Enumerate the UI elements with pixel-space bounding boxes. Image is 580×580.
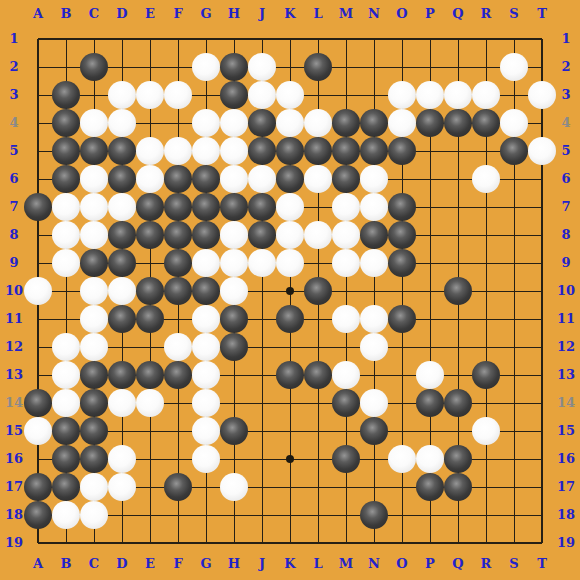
intersection-F7[interactable] — [164, 193, 192, 221]
intersection-T11[interactable] — [528, 305, 556, 333]
intersection-A12[interactable] — [24, 333, 52, 361]
intersection-T19[interactable] — [528, 529, 556, 557]
intersection-M2[interactable] — [332, 53, 360, 81]
intersection-H7[interactable] — [220, 193, 248, 221]
intersection-J17[interactable] — [248, 473, 276, 501]
intersection-C12[interactable] — [80, 333, 108, 361]
intersection-P12[interactable] — [416, 333, 444, 361]
intersection-Q5[interactable] — [444, 137, 472, 165]
intersection-O10[interactable] — [388, 277, 416, 305]
intersection-H13[interactable] — [220, 361, 248, 389]
intersection-K19[interactable] — [276, 529, 304, 557]
intersection-T10[interactable] — [528, 277, 556, 305]
intersection-B18[interactable] — [52, 501, 80, 529]
intersection-A5[interactable] — [24, 137, 52, 165]
intersection-H3[interactable] — [220, 81, 248, 109]
intersection-P5[interactable] — [416, 137, 444, 165]
intersection-Q7[interactable] — [444, 193, 472, 221]
intersection-F8[interactable] — [164, 221, 192, 249]
intersection-C13[interactable] — [80, 361, 108, 389]
intersection-C16[interactable] — [80, 445, 108, 473]
intersection-S8[interactable] — [500, 221, 528, 249]
intersection-E10[interactable] — [136, 277, 164, 305]
intersection-R16[interactable] — [472, 445, 500, 473]
intersection-D5[interactable] — [108, 137, 136, 165]
intersection-J4[interactable] — [248, 109, 276, 137]
intersection-B5[interactable] — [52, 137, 80, 165]
intersection-D13[interactable] — [108, 361, 136, 389]
intersection-N7[interactable] — [360, 193, 388, 221]
intersection-H1[interactable] — [220, 25, 248, 53]
intersection-N9[interactable] — [360, 249, 388, 277]
intersection-E13[interactable] — [136, 361, 164, 389]
intersection-H14[interactable] — [220, 389, 248, 417]
intersection-F18[interactable] — [164, 501, 192, 529]
intersection-Q10[interactable] — [444, 277, 472, 305]
intersection-C9[interactable] — [80, 249, 108, 277]
intersection-D10[interactable] — [108, 277, 136, 305]
intersection-K10[interactable] — [276, 277, 304, 305]
intersection-F17[interactable] — [164, 473, 192, 501]
intersection-D1[interactable] — [108, 25, 136, 53]
intersection-T14[interactable] — [528, 389, 556, 417]
intersection-E4[interactable] — [136, 109, 164, 137]
intersection-K18[interactable] — [276, 501, 304, 529]
intersection-S5[interactable] — [500, 137, 528, 165]
intersection-A9[interactable] — [24, 249, 52, 277]
intersection-G1[interactable] — [192, 25, 220, 53]
intersection-A7[interactable] — [24, 193, 52, 221]
intersection-L8[interactable] — [304, 221, 332, 249]
intersection-L9[interactable] — [304, 249, 332, 277]
intersection-M7[interactable] — [332, 193, 360, 221]
intersection-N18[interactable] — [360, 501, 388, 529]
intersection-L10[interactable] — [304, 277, 332, 305]
intersection-F3[interactable] — [164, 81, 192, 109]
intersection-D12[interactable] — [108, 333, 136, 361]
intersection-O5[interactable] — [388, 137, 416, 165]
intersection-R10[interactable] — [472, 277, 500, 305]
intersection-P19[interactable] — [416, 529, 444, 557]
intersection-B16[interactable] — [52, 445, 80, 473]
intersection-S11[interactable] — [500, 305, 528, 333]
intersection-B9[interactable] — [52, 249, 80, 277]
intersection-T9[interactable] — [528, 249, 556, 277]
intersection-H5[interactable] — [220, 137, 248, 165]
intersection-F13[interactable] — [164, 361, 192, 389]
intersection-J3[interactable] — [248, 81, 276, 109]
intersection-J18[interactable] — [248, 501, 276, 529]
intersection-N12[interactable] — [360, 333, 388, 361]
intersection-B1[interactable] — [52, 25, 80, 53]
intersection-P2[interactable] — [416, 53, 444, 81]
intersection-N3[interactable] — [360, 81, 388, 109]
intersection-M5[interactable] — [332, 137, 360, 165]
intersection-N19[interactable] — [360, 529, 388, 557]
intersection-M16[interactable] — [332, 445, 360, 473]
intersection-P7[interactable] — [416, 193, 444, 221]
intersection-O14[interactable] — [388, 389, 416, 417]
intersection-A1[interactable] — [24, 25, 52, 53]
intersection-N5[interactable] — [360, 137, 388, 165]
intersection-K1[interactable] — [276, 25, 304, 53]
intersection-M6[interactable] — [332, 165, 360, 193]
intersection-S17[interactable] — [500, 473, 528, 501]
intersection-R18[interactable] — [472, 501, 500, 529]
intersection-F6[interactable] — [164, 165, 192, 193]
intersection-J10[interactable] — [248, 277, 276, 305]
intersection-F4[interactable] — [164, 109, 192, 137]
intersection-M17[interactable] — [332, 473, 360, 501]
intersection-S19[interactable] — [500, 529, 528, 557]
intersection-T1[interactable] — [528, 25, 556, 53]
intersection-J8[interactable] — [248, 221, 276, 249]
intersection-S6[interactable] — [500, 165, 528, 193]
intersection-N13[interactable] — [360, 361, 388, 389]
intersection-G3[interactable] — [192, 81, 220, 109]
intersection-N11[interactable] — [360, 305, 388, 333]
intersection-A17[interactable] — [24, 473, 52, 501]
intersection-K16[interactable] — [276, 445, 304, 473]
intersection-M10[interactable] — [332, 277, 360, 305]
intersection-G8[interactable] — [192, 221, 220, 249]
intersection-T4[interactable] — [528, 109, 556, 137]
intersection-K13[interactable] — [276, 361, 304, 389]
intersection-C1[interactable] — [80, 25, 108, 53]
intersection-B10[interactable] — [52, 277, 80, 305]
intersection-O4[interactable] — [388, 109, 416, 137]
intersection-H15[interactable] — [220, 417, 248, 445]
intersection-E9[interactable] — [136, 249, 164, 277]
intersection-J9[interactable] — [248, 249, 276, 277]
intersection-L19[interactable] — [304, 529, 332, 557]
intersection-P6[interactable] — [416, 165, 444, 193]
intersection-G19[interactable] — [192, 529, 220, 557]
intersection-N16[interactable] — [360, 445, 388, 473]
intersection-A18[interactable] — [24, 501, 52, 529]
intersection-P3[interactable] — [416, 81, 444, 109]
intersection-R7[interactable] — [472, 193, 500, 221]
intersection-F16[interactable] — [164, 445, 192, 473]
intersection-K4[interactable] — [276, 109, 304, 137]
intersection-C18[interactable] — [80, 501, 108, 529]
intersection-C14[interactable] — [80, 389, 108, 417]
intersection-K15[interactable] — [276, 417, 304, 445]
intersection-Q3[interactable] — [444, 81, 472, 109]
intersection-G13[interactable] — [192, 361, 220, 389]
intersection-C17[interactable] — [80, 473, 108, 501]
intersection-D14[interactable] — [108, 389, 136, 417]
intersection-E18[interactable] — [136, 501, 164, 529]
intersection-C5[interactable] — [80, 137, 108, 165]
intersection-B19[interactable] — [52, 529, 80, 557]
intersection-D2[interactable] — [108, 53, 136, 81]
intersection-Q2[interactable] — [444, 53, 472, 81]
intersection-S16[interactable] — [500, 445, 528, 473]
intersection-K14[interactable] — [276, 389, 304, 417]
intersection-L15[interactable] — [304, 417, 332, 445]
intersection-T5[interactable] — [528, 137, 556, 165]
intersection-H11[interactable] — [220, 305, 248, 333]
intersection-C7[interactable] — [80, 193, 108, 221]
intersection-A6[interactable] — [24, 165, 52, 193]
intersection-P4[interactable] — [416, 109, 444, 137]
intersection-A10[interactable] — [24, 277, 52, 305]
intersection-C19[interactable] — [80, 529, 108, 557]
intersection-H19[interactable] — [220, 529, 248, 557]
intersection-N15[interactable] — [360, 417, 388, 445]
intersection-L4[interactable] — [304, 109, 332, 137]
intersection-C10[interactable] — [80, 277, 108, 305]
intersection-K11[interactable] — [276, 305, 304, 333]
intersection-E19[interactable] — [136, 529, 164, 557]
intersection-T12[interactable] — [528, 333, 556, 361]
intersection-L3[interactable] — [304, 81, 332, 109]
intersection-S4[interactable] — [500, 109, 528, 137]
intersection-H16[interactable] — [220, 445, 248, 473]
intersection-S12[interactable] — [500, 333, 528, 361]
intersection-S13[interactable] — [500, 361, 528, 389]
intersection-H2[interactable] — [220, 53, 248, 81]
intersection-Q19[interactable] — [444, 529, 472, 557]
intersection-R6[interactable] — [472, 165, 500, 193]
intersection-O1[interactable] — [388, 25, 416, 53]
intersection-B8[interactable] — [52, 221, 80, 249]
intersection-N6[interactable] — [360, 165, 388, 193]
intersection-C11[interactable] — [80, 305, 108, 333]
intersection-O11[interactable] — [388, 305, 416, 333]
intersection-G18[interactable] — [192, 501, 220, 529]
intersection-M8[interactable] — [332, 221, 360, 249]
intersection-F9[interactable] — [164, 249, 192, 277]
intersection-M3[interactable] — [332, 81, 360, 109]
intersection-E1[interactable] — [136, 25, 164, 53]
intersection-N10[interactable] — [360, 277, 388, 305]
intersection-A15[interactable] — [24, 417, 52, 445]
intersection-P14[interactable] — [416, 389, 444, 417]
intersection-H17[interactable] — [220, 473, 248, 501]
intersection-O12[interactable] — [388, 333, 416, 361]
intersection-T8[interactable] — [528, 221, 556, 249]
intersection-J13[interactable] — [248, 361, 276, 389]
intersection-S10[interactable] — [500, 277, 528, 305]
intersection-R2[interactable] — [472, 53, 500, 81]
intersection-E5[interactable] — [136, 137, 164, 165]
intersection-E17[interactable] — [136, 473, 164, 501]
intersection-E8[interactable] — [136, 221, 164, 249]
intersection-E15[interactable] — [136, 417, 164, 445]
intersection-R3[interactable] — [472, 81, 500, 109]
intersection-T18[interactable] — [528, 501, 556, 529]
intersection-O2[interactable] — [388, 53, 416, 81]
intersection-P13[interactable] — [416, 361, 444, 389]
intersection-Q12[interactable] — [444, 333, 472, 361]
intersection-B11[interactable] — [52, 305, 80, 333]
intersection-K7[interactable] — [276, 193, 304, 221]
intersection-O3[interactable] — [388, 81, 416, 109]
intersection-T7[interactable] — [528, 193, 556, 221]
intersection-R15[interactable] — [472, 417, 500, 445]
intersection-J16[interactable] — [248, 445, 276, 473]
intersection-M18[interactable] — [332, 501, 360, 529]
intersection-M19[interactable] — [332, 529, 360, 557]
intersection-P9[interactable] — [416, 249, 444, 277]
intersection-E2[interactable] — [136, 53, 164, 81]
intersection-E7[interactable] — [136, 193, 164, 221]
intersection-G6[interactable] — [192, 165, 220, 193]
intersection-A11[interactable] — [24, 305, 52, 333]
intersection-P11[interactable] — [416, 305, 444, 333]
intersection-K3[interactable] — [276, 81, 304, 109]
intersection-Q1[interactable] — [444, 25, 472, 53]
intersection-O18[interactable] — [388, 501, 416, 529]
intersection-Q18[interactable] — [444, 501, 472, 529]
intersection-K9[interactable] — [276, 249, 304, 277]
intersection-E3[interactable] — [136, 81, 164, 109]
intersection-H6[interactable] — [220, 165, 248, 193]
intersection-G11[interactable] — [192, 305, 220, 333]
intersection-C2[interactable] — [80, 53, 108, 81]
intersection-R19[interactable] — [472, 529, 500, 557]
intersection-L7[interactable] — [304, 193, 332, 221]
intersection-B13[interactable] — [52, 361, 80, 389]
intersection-C6[interactable] — [80, 165, 108, 193]
intersection-L18[interactable] — [304, 501, 332, 529]
intersection-F14[interactable] — [164, 389, 192, 417]
intersection-R1[interactable] — [472, 25, 500, 53]
intersection-J6[interactable] — [248, 165, 276, 193]
intersection-G10[interactable] — [192, 277, 220, 305]
intersection-P1[interactable] — [416, 25, 444, 53]
intersection-S7[interactable] — [500, 193, 528, 221]
intersection-Q16[interactable] — [444, 445, 472, 473]
intersection-J15[interactable] — [248, 417, 276, 445]
intersection-G15[interactable] — [192, 417, 220, 445]
intersection-T15[interactable] — [528, 417, 556, 445]
intersection-S1[interactable] — [500, 25, 528, 53]
intersection-J14[interactable] — [248, 389, 276, 417]
intersection-Q8[interactable] — [444, 221, 472, 249]
intersection-A13[interactable] — [24, 361, 52, 389]
intersection-G17[interactable] — [192, 473, 220, 501]
intersection-D11[interactable] — [108, 305, 136, 333]
intersection-S2[interactable] — [500, 53, 528, 81]
intersection-E12[interactable] — [136, 333, 164, 361]
intersection-G4[interactable] — [192, 109, 220, 137]
intersection-E14[interactable] — [136, 389, 164, 417]
intersection-G14[interactable] — [192, 389, 220, 417]
intersection-D7[interactable] — [108, 193, 136, 221]
intersection-F5[interactable] — [164, 137, 192, 165]
intersection-A4[interactable] — [24, 109, 52, 137]
intersection-Q4[interactable] — [444, 109, 472, 137]
intersection-G9[interactable] — [192, 249, 220, 277]
intersection-C8[interactable] — [80, 221, 108, 249]
intersection-G5[interactable] — [192, 137, 220, 165]
intersection-D18[interactable] — [108, 501, 136, 529]
intersection-L1[interactable] — [304, 25, 332, 53]
intersection-P15[interactable] — [416, 417, 444, 445]
intersection-H4[interactable] — [220, 109, 248, 137]
intersection-L14[interactable] — [304, 389, 332, 417]
intersection-O16[interactable] — [388, 445, 416, 473]
intersection-K8[interactable] — [276, 221, 304, 249]
intersection-T2[interactable] — [528, 53, 556, 81]
intersection-J2[interactable] — [248, 53, 276, 81]
intersection-S9[interactable] — [500, 249, 528, 277]
intersection-O7[interactable] — [388, 193, 416, 221]
intersection-Q13[interactable] — [444, 361, 472, 389]
intersection-F19[interactable] — [164, 529, 192, 557]
intersection-B4[interactable] — [52, 109, 80, 137]
intersection-B3[interactable] — [52, 81, 80, 109]
intersection-R9[interactable] — [472, 249, 500, 277]
intersection-N8[interactable] — [360, 221, 388, 249]
intersection-S14[interactable] — [500, 389, 528, 417]
intersection-B7[interactable] — [52, 193, 80, 221]
intersection-T16[interactable] — [528, 445, 556, 473]
intersection-R5[interactable] — [472, 137, 500, 165]
intersection-R13[interactable] — [472, 361, 500, 389]
intersection-B12[interactable] — [52, 333, 80, 361]
intersection-L12[interactable] — [304, 333, 332, 361]
intersection-G16[interactable] — [192, 445, 220, 473]
intersection-R8[interactable] — [472, 221, 500, 249]
intersection-Q9[interactable] — [444, 249, 472, 277]
intersection-A3[interactable] — [24, 81, 52, 109]
intersection-D4[interactable] — [108, 109, 136, 137]
intersection-B6[interactable] — [52, 165, 80, 193]
intersection-K12[interactable] — [276, 333, 304, 361]
intersection-T13[interactable] — [528, 361, 556, 389]
intersection-D8[interactable] — [108, 221, 136, 249]
intersection-O13[interactable] — [388, 361, 416, 389]
intersection-H8[interactable] — [220, 221, 248, 249]
intersection-H18[interactable] — [220, 501, 248, 529]
intersection-J5[interactable] — [248, 137, 276, 165]
intersection-D16[interactable] — [108, 445, 136, 473]
intersection-K2[interactable] — [276, 53, 304, 81]
intersection-A16[interactable] — [24, 445, 52, 473]
intersection-G7[interactable] — [192, 193, 220, 221]
intersection-J11[interactable] — [248, 305, 276, 333]
intersection-D3[interactable] — [108, 81, 136, 109]
intersection-F15[interactable] — [164, 417, 192, 445]
intersection-O9[interactable] — [388, 249, 416, 277]
intersection-F11[interactable] — [164, 305, 192, 333]
intersection-P17[interactable] — [416, 473, 444, 501]
intersection-K17[interactable] — [276, 473, 304, 501]
intersection-F10[interactable] — [164, 277, 192, 305]
intersection-R17[interactable] — [472, 473, 500, 501]
intersection-P18[interactable] — [416, 501, 444, 529]
intersection-H9[interactable] — [220, 249, 248, 277]
intersection-R12[interactable] — [472, 333, 500, 361]
intersection-T17[interactable] — [528, 473, 556, 501]
intersection-H10[interactable] — [220, 277, 248, 305]
intersection-N2[interactable] — [360, 53, 388, 81]
intersection-J12[interactable] — [248, 333, 276, 361]
intersection-L6[interactable] — [304, 165, 332, 193]
intersection-J7[interactable] — [248, 193, 276, 221]
intersection-F1[interactable] — [164, 25, 192, 53]
intersection-L16[interactable] — [304, 445, 332, 473]
intersection-B14[interactable] — [52, 389, 80, 417]
intersection-S3[interactable] — [500, 81, 528, 109]
intersection-J1[interactable] — [248, 25, 276, 53]
intersection-M11[interactable] — [332, 305, 360, 333]
intersection-A14[interactable] — [24, 389, 52, 417]
